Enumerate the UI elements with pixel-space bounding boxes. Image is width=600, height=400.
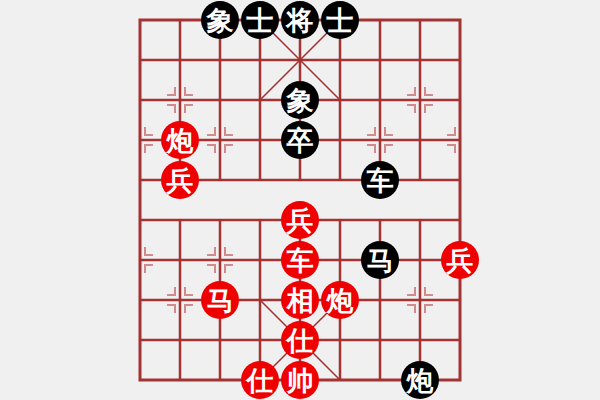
black-general[interactable]: 将 xyxy=(281,1,319,39)
black-elephant[interactable]: 象 xyxy=(201,1,239,39)
red-cannon[interactable]: 炮 xyxy=(321,281,359,319)
red-soldier[interactable]: 兵 xyxy=(441,241,479,279)
black-soldier[interactable]: 卒 xyxy=(281,121,319,159)
red-horse[interactable]: 马 xyxy=(201,281,239,319)
board-pieces-layer: 象士将士象炮卒兵车兵车马兵马相炮仕仕帅炮 xyxy=(0,0,600,400)
red-soldier[interactable]: 兵 xyxy=(281,201,319,239)
xiangqi-board: 象士将士象炮卒兵车兵车马兵马相炮仕仕帅炮 xyxy=(0,0,600,400)
black-horse[interactable]: 马 xyxy=(361,241,399,279)
red-elephant[interactable]: 相 xyxy=(281,281,319,319)
red-cannon[interactable]: 炮 xyxy=(161,121,199,159)
black-advisor[interactable]: 士 xyxy=(321,1,359,39)
red-general[interactable]: 帅 xyxy=(281,361,319,399)
black-chariot[interactable]: 车 xyxy=(361,161,399,199)
black-cannon[interactable]: 炮 xyxy=(401,361,439,399)
black-advisor[interactable]: 士 xyxy=(241,1,279,39)
red-chariot[interactable]: 车 xyxy=(281,241,319,279)
red-advisor[interactable]: 仕 xyxy=(241,361,279,399)
red-advisor[interactable]: 仕 xyxy=(281,321,319,359)
red-soldier[interactable]: 兵 xyxy=(161,161,199,199)
black-elephant[interactable]: 象 xyxy=(281,81,319,119)
